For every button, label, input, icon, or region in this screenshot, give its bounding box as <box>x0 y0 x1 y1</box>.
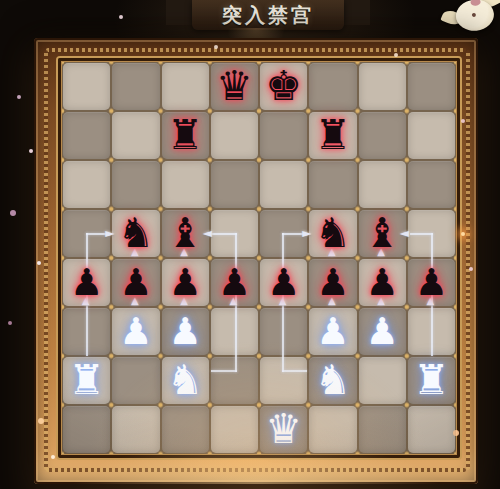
piece-black-pawn-b4[interactable]: ♟ <box>111 258 160 307</box>
piece-black-pawn-g4[interactable]: ♟ <box>358 258 407 307</box>
piece-white-pawn-g3[interactable]: ♟ <box>358 307 407 356</box>
piece-black-pawn-e4[interactable]: ♟ <box>259 258 308 307</box>
piece-black-king-e8[interactable]: ♚ <box>259 62 308 111</box>
piece-black-knight-f5[interactable]: ♞ <box>308 209 357 258</box>
piece-white-pawn-c3[interactable]: ♟ <box>161 307 210 356</box>
frame-bead-bottom <box>46 468 466 472</box>
chess-board: ▲▲▲▲▲▲▲▲▲▲▲▲►◄►◄♛♚♜♜♞♝♞♝♟♟♟♟♟♟♟♟♟♟♟♟♜♞♞♜… <box>62 62 456 454</box>
frame-bead-left <box>44 50 48 470</box>
piece-white-pawn-f3[interactable]: ♟ <box>308 307 357 356</box>
route-line-1 <box>212 233 237 235</box>
piece-black-knight-b5[interactable]: ♞ <box>111 209 160 258</box>
piece-black-bishop-c5[interactable]: ♝ <box>161 209 210 258</box>
page-title: 突入禁宫 <box>222 2 314 29</box>
piece-black-bishop-g5[interactable]: ♝ <box>358 209 407 258</box>
piece-black-rook-c7[interactable]: ♜ <box>161 111 210 160</box>
route-line-2 <box>282 370 308 372</box>
piece-black-pawn-a4[interactable]: ♟ <box>62 258 111 307</box>
route-line-1 <box>211 370 237 372</box>
route-line-0 <box>86 233 108 235</box>
piece-white-queen-e1[interactable]: ♛ <box>259 405 308 454</box>
piece-black-rook-f7[interactable]: ♜ <box>308 111 357 160</box>
piece-black-queen-d8[interactable]: ♛ <box>210 62 259 111</box>
frame-bead-top <box>46 48 466 52</box>
board-overlay: ▲▲▲▲▲▲▲▲▲▲▲▲►◄►◄♛♚♜♜♞♝♞♝♟♟♟♟♟♟♟♟♟♟♟♟♜♞♞♜… <box>62 62 456 454</box>
piece-black-pawn-c4[interactable]: ♟ <box>161 258 210 307</box>
piece-white-rook-a2[interactable]: ♜ <box>62 356 111 405</box>
piece-black-pawn-h4[interactable]: ♟ <box>407 258 456 307</box>
title-plaque: 突入禁宫 <box>192 0 344 30</box>
route-line-3 <box>410 233 433 235</box>
piece-white-knight-c2[interactable]: ♞ <box>161 356 210 405</box>
sparkle-particles <box>0 0 2 2</box>
route-line-2 <box>282 233 307 235</box>
piece-black-pawn-d4[interactable]: ♟ <box>210 258 259 307</box>
piece-white-rook-h2[interactable]: ♜ <box>407 356 456 405</box>
frame-bead-right <box>466 50 470 470</box>
game-screen: 突入禁宫 ▲▲▲▲▲▲▲▲▲▲▲▲►◄►◄♛♚♜♜♞♝♞♝♟♟♟♟♟♟♟♟♟♟♟… <box>0 0 500 489</box>
piece-white-pawn-b3[interactable]: ♟ <box>111 307 160 356</box>
piece-white-knight-f2[interactable]: ♞ <box>308 356 357 405</box>
piece-black-pawn-f4[interactable]: ♟ <box>308 258 357 307</box>
